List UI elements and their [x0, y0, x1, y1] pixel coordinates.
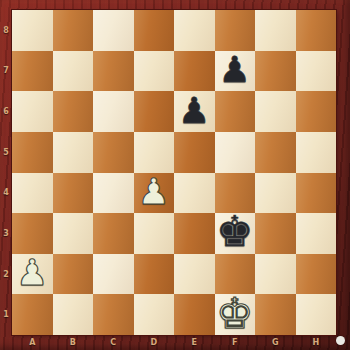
square-d5[interactable] — [134, 132, 175, 173]
square-g1[interactable] — [255, 294, 296, 335]
square-a4[interactable] — [12, 173, 53, 214]
square-f5[interactable] — [215, 132, 256, 173]
square-c7[interactable] — [93, 51, 134, 92]
square-d8[interactable] — [134, 10, 175, 51]
chess-board-frame: ♟♟♟♚♟♚ 87654321 ABCDEFGH — [0, 0, 350, 350]
square-c5[interactable] — [93, 132, 134, 173]
square-h4[interactable] — [296, 173, 337, 214]
square-h1[interactable] — [296, 294, 337, 335]
square-b5[interactable] — [53, 132, 94, 173]
rank-label-8: 8 — [0, 10, 12, 51]
square-c1[interactable] — [93, 294, 134, 335]
square-a6[interactable] — [12, 91, 53, 132]
square-a5[interactable] — [12, 132, 53, 173]
black-pawn-e6: ♟ — [178, 93, 210, 129]
square-f7[interactable]: ♟ — [215, 51, 256, 92]
white-pawn-a2: ♟ — [16, 255, 48, 291]
square-d2[interactable] — [134, 254, 175, 295]
file-label-e: E — [174, 335, 215, 349]
rank-labels: 87654321 — [0, 10, 12, 335]
file-label-h: H — [296, 335, 337, 349]
square-h8[interactable] — [296, 10, 337, 51]
square-h6[interactable] — [296, 91, 337, 132]
square-e8[interactable] — [174, 10, 215, 51]
file-label-g: G — [255, 335, 296, 349]
square-h7[interactable] — [296, 51, 337, 92]
file-label-c: C — [93, 335, 134, 349]
square-a3[interactable] — [12, 213, 53, 254]
square-e7[interactable] — [174, 51, 215, 92]
square-c3[interactable] — [93, 213, 134, 254]
white-king-f1: ♚ — [216, 293, 254, 335]
black-king-f3: ♚ — [216, 211, 254, 253]
square-f1[interactable]: ♚ — [215, 294, 256, 335]
square-e5[interactable] — [174, 132, 215, 173]
square-b3[interactable] — [53, 213, 94, 254]
square-e3[interactable] — [174, 213, 215, 254]
square-d7[interactable] — [134, 51, 175, 92]
square-d3[interactable] — [134, 213, 175, 254]
square-d1[interactable] — [134, 294, 175, 335]
square-g3[interactable] — [255, 213, 296, 254]
square-f8[interactable] — [215, 10, 256, 51]
square-g4[interactable] — [255, 173, 296, 214]
square-b1[interactable] — [53, 294, 94, 335]
square-h3[interactable] — [296, 213, 337, 254]
square-b2[interactable] — [53, 254, 94, 295]
rank-label-4: 4 — [0, 173, 12, 214]
square-b4[interactable] — [53, 173, 94, 214]
rank-label-2: 2 — [0, 254, 12, 295]
square-f3[interactable]: ♚ — [215, 213, 256, 254]
square-e6[interactable]: ♟ — [174, 91, 215, 132]
square-c2[interactable] — [93, 254, 134, 295]
square-f6[interactable] — [215, 91, 256, 132]
rank-label-5: 5 — [0, 132, 12, 173]
square-c8[interactable] — [93, 10, 134, 51]
square-g5[interactable] — [255, 132, 296, 173]
square-b6[interactable] — [53, 91, 94, 132]
chess-board: ♟♟♟♚♟♚ — [12, 10, 336, 335]
file-labels: ABCDEFGH — [12, 335, 336, 349]
square-e1[interactable] — [174, 294, 215, 335]
rank-label-6: 6 — [0, 91, 12, 132]
square-h5[interactable] — [296, 132, 337, 173]
square-g7[interactable] — [255, 51, 296, 92]
white-pawn-d4: ♟ — [138, 174, 170, 210]
square-d4[interactable]: ♟ — [134, 173, 175, 214]
square-a7[interactable] — [12, 51, 53, 92]
file-label-d: D — [134, 335, 175, 349]
file-label-f: F — [215, 335, 256, 349]
square-g6[interactable] — [255, 91, 296, 132]
square-d6[interactable] — [134, 91, 175, 132]
square-b7[interactable] — [53, 51, 94, 92]
square-a8[interactable] — [12, 10, 53, 51]
square-e2[interactable] — [174, 254, 215, 295]
square-g8[interactable] — [255, 10, 296, 51]
square-a1[interactable] — [12, 294, 53, 335]
square-h2[interactable] — [296, 254, 337, 295]
rank-label-7: 7 — [0, 51, 12, 92]
square-e4[interactable] — [174, 173, 215, 214]
file-label-b: B — [53, 335, 94, 349]
corner-dot — [336, 336, 345, 345]
square-g2[interactable] — [255, 254, 296, 295]
square-b8[interactable] — [53, 10, 94, 51]
square-c6[interactable] — [93, 91, 134, 132]
square-a2[interactable]: ♟ — [12, 254, 53, 295]
square-c4[interactable] — [93, 173, 134, 214]
rank-label-3: 3 — [0, 213, 12, 254]
rank-label-1: 1 — [0, 294, 12, 335]
black-pawn-f7: ♟ — [219, 52, 251, 88]
file-label-a: A — [12, 335, 53, 349]
